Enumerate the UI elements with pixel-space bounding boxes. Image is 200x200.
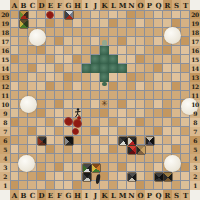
row-label-text: 1 <box>193 182 197 189</box>
column-label-text: F <box>57 1 62 10</box>
row-label-text: 7 <box>3 128 7 135</box>
column-label-H: H <box>73 190 82 200</box>
row-label-11: 11 <box>0 91 10 100</box>
row-label-text: 20 <box>1 11 8 18</box>
row-label-12: 12 <box>190 82 200 91</box>
row-label-text: 5 <box>3 146 7 153</box>
column-label-text: P <box>147 191 152 200</box>
stick-figure-marker[interactable] <box>73 108 82 118</box>
green-cross-cell-L15 <box>109 55 118 64</box>
green-cross-cell-J14 <box>91 64 100 73</box>
light-circle-2 <box>164 27 181 44</box>
column-label-M: M <box>118 190 127 200</box>
column-label-text: R <box>165 1 171 10</box>
blood-splatter-1 <box>46 11 54 19</box>
column-label-text: B <box>21 1 27 10</box>
row-label-text: 9 <box>193 110 197 117</box>
row-label-text: 12 <box>1 83 8 90</box>
column-label-text: H <box>74 1 81 10</box>
spider-icon: ✳ <box>101 100 108 108</box>
column-label-text: J <box>94 1 97 10</box>
blood-splatter-3 <box>73 119 82 128</box>
row-label-text: 10 <box>1 101 8 108</box>
row-label-text: 15 <box>191 56 198 63</box>
row-label-15: 15 <box>190 55 200 64</box>
row-label-text: 4 <box>193 155 197 162</box>
creature-token-8[interactable] <box>146 137 154 145</box>
column-label-text: C <box>30 1 36 10</box>
row-label-14: 14 <box>190 64 200 73</box>
column-label-text: A <box>12 1 17 10</box>
row-label-text: 10 <box>191 101 198 108</box>
row-label-text: 8 <box>3 119 7 126</box>
row-label-text: 18 <box>1 29 8 36</box>
spider-marker[interactable]: ✳ <box>100 99 109 108</box>
light-circle-5 <box>18 155 35 172</box>
column-label-text: G <box>66 1 72 10</box>
column-label-text: M <box>119 191 127 200</box>
row-label-text: 6 <box>193 137 197 144</box>
green-cross-cell-K14 <box>100 64 109 73</box>
row-label-text: 3 <box>193 164 197 171</box>
creature-token-10[interactable] <box>137 146 145 154</box>
column-label-text: E <box>48 1 53 10</box>
blood-splatter-2 <box>64 117 73 126</box>
column-label-text: P <box>147 1 152 10</box>
creature-token-16[interactable] <box>164 173 172 181</box>
row-label-13: 13 <box>0 73 10 82</box>
creature-token-15[interactable] <box>155 173 163 181</box>
row-label-text: 9 <box>3 110 7 117</box>
creature-token-13[interactable] <box>83 173 91 181</box>
column-label-text: R <box>165 191 171 200</box>
column-label-N: N <box>127 190 136 200</box>
row-label-text: 2 <box>3 173 7 180</box>
creature-token-12[interactable] <box>92 164 100 172</box>
row-label-13: 13 <box>190 73 200 82</box>
row-label-text: 8 <box>193 119 197 126</box>
map-overlay: ✳ <box>0 0 200 200</box>
column-label-text: A <box>12 191 17 200</box>
green-cross-cell-K13 <box>100 73 109 82</box>
row-label-12: 12 <box>0 82 10 91</box>
green-cross-top-tip <box>102 40 107 46</box>
column-label-text: O <box>137 191 143 200</box>
column-label-text: T <box>183 1 188 10</box>
light-circle-3 <box>20 96 37 113</box>
column-label-text: L <box>111 191 116 200</box>
column-label-text: S <box>174 1 179 10</box>
row-label-14: 14 <box>0 64 10 73</box>
green-cross-cell-J15 <box>91 55 100 64</box>
row-label-text: 13 <box>191 74 198 81</box>
column-label-text: T <box>183 191 188 200</box>
row-label-text: 13 <box>1 74 8 81</box>
creature-token-2[interactable] <box>65 11 73 19</box>
column-label-text: C <box>30 191 36 200</box>
row-label-19: 19 <box>0 19 10 28</box>
row-label-17: 17 <box>0 37 10 46</box>
green-cross-cell-L14 <box>109 64 118 73</box>
row-label-16: 16 <box>190 46 200 55</box>
row-label-text: 11 <box>1 92 8 99</box>
column-label-H: H <box>73 0 82 10</box>
row-label-text: 11 <box>191 92 198 99</box>
column-label-text: S <box>174 191 179 200</box>
row-label-15: 15 <box>0 55 10 64</box>
column-label-text: O <box>137 1 143 10</box>
column-label-text: Q <box>155 1 161 10</box>
row-label-text: 3 <box>3 164 7 171</box>
column-label-text: L <box>111 1 116 10</box>
column-label-K: K <box>100 190 109 200</box>
creature-token-4[interactable] <box>65 137 73 145</box>
column-label-text: I <box>85 191 88 200</box>
stick-figure-icon <box>73 108 82 118</box>
column-label-text: B <box>21 191 27 200</box>
green-cross-cell-K15 <box>100 55 109 64</box>
blood-splatter-4 <box>72 128 79 135</box>
column-label-M: M <box>118 0 127 10</box>
creature-token-3[interactable] <box>20 20 28 28</box>
column-label-K: K <box>100 0 109 10</box>
creature-token-6[interactable] <box>119 137 127 145</box>
row-label-text: 2 <box>193 173 197 180</box>
creature-token-9[interactable] <box>128 146 136 154</box>
battle-map-board: ABCDEFGHIJKLMNOPQRST20201919181817171616… <box>0 0 200 200</box>
slim-figure-icon <box>94 173 100 184</box>
column-label-text: G <box>66 191 72 200</box>
column-label-text: H <box>74 191 81 200</box>
column-label-text: F <box>57 191 62 200</box>
column-label-text: J <box>94 191 97 200</box>
column-label-text: E <box>48 191 53 200</box>
row-label-text: 15 <box>1 56 8 63</box>
row-label-text: 17 <box>1 38 8 45</box>
row-label-10: 10 <box>190 100 200 109</box>
row-label-text: 18 <box>191 29 198 36</box>
row-label-text: 19 <box>191 20 198 27</box>
row-label-text: 20 <box>191 11 198 18</box>
row-label-text: 1 <box>3 182 7 189</box>
light-circle-6 <box>164 155 181 172</box>
row-label-text: 19 <box>1 20 8 27</box>
row-label-17: 17 <box>190 37 200 46</box>
creature-token-5[interactable] <box>38 137 46 145</box>
creature-token-14[interactable] <box>128 173 136 181</box>
row-label-20: 20 <box>0 10 10 19</box>
column-label-text: N <box>128 1 134 10</box>
row-label-text: 7 <box>193 128 197 135</box>
green-cross-cell-M14 <box>118 64 127 73</box>
column-label-N: N <box>127 0 136 10</box>
row-label-text: 16 <box>1 47 8 54</box>
creature-token-11[interactable] <box>83 164 91 172</box>
row-label-text: 17 <box>191 38 198 45</box>
row-label-text: 14 <box>191 65 198 72</box>
green-cross-bottom-tip <box>102 82 107 86</box>
row-label-18: 18 <box>0 28 10 37</box>
row-label-text: 16 <box>191 47 198 54</box>
column-label-text: N <box>128 191 134 200</box>
row-label-10: 10 <box>0 100 10 109</box>
row-label-text: 5 <box>193 146 197 153</box>
column-label-text: K <box>101 191 107 200</box>
row-label-19: 19 <box>190 19 200 28</box>
row-label-text: 12 <box>191 83 198 90</box>
column-label-text: D <box>38 1 44 10</box>
row-label-16: 16 <box>0 46 10 55</box>
row-label-text: 4 <box>3 155 7 162</box>
slim-figure-marker[interactable] <box>95 173 100 184</box>
column-label-text: D <box>38 191 44 200</box>
green-cross-cell-I14 <box>82 64 91 73</box>
row-label-11: 11 <box>190 91 200 100</box>
row-label-text: 14 <box>1 65 8 72</box>
green-cross-cell-K16 <box>100 46 109 55</box>
row-label-text: 6 <box>3 137 7 144</box>
column-label-text: I <box>85 1 88 10</box>
row-label-20: 20 <box>190 10 200 19</box>
column-label-text: K <box>101 1 107 10</box>
column-label-text: Q <box>155 191 161 200</box>
creature-token-7[interactable] <box>128 137 136 145</box>
column-label-text: M <box>119 1 127 10</box>
light-circle-1 <box>29 29 46 46</box>
creature-token-1[interactable] <box>20 11 28 19</box>
row-label-18: 18 <box>190 28 200 37</box>
